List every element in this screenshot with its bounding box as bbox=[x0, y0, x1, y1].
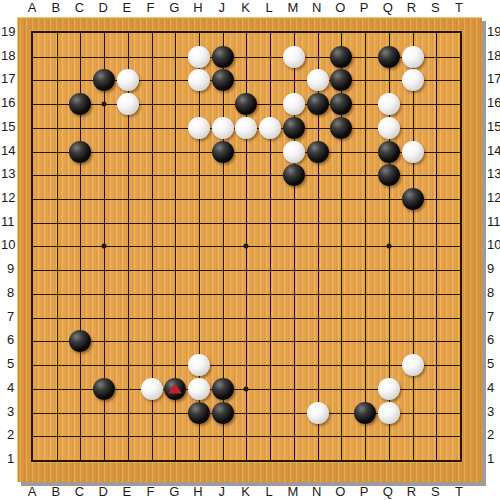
col-label-top-S: S bbox=[431, 1, 440, 15]
white-stone-N3[interactable] bbox=[307, 402, 329, 424]
col-label-top-R: R bbox=[407, 1, 416, 15]
star-point-Q10 bbox=[386, 244, 391, 249]
row-label-left-10: 10 bbox=[1, 238, 15, 252]
row-label-left-4: 4 bbox=[7, 381, 14, 395]
col-label-bottom-C: C bbox=[75, 485, 84, 499]
col-label-bottom-N: N bbox=[312, 485, 321, 499]
white-stone-F4[interactable] bbox=[141, 378, 163, 400]
row-label-right-9: 9 bbox=[487, 262, 494, 276]
row-label-left-19: 19 bbox=[1, 25, 15, 39]
white-stone-N17[interactable] bbox=[307, 69, 329, 91]
row-label-right-1: 1 bbox=[487, 452, 494, 466]
black-stone-H3[interactable] bbox=[188, 402, 210, 424]
black-stone-K16[interactable] bbox=[235, 93, 257, 115]
col-label-bottom-G: G bbox=[169, 485, 179, 499]
black-stone-G4[interactable] bbox=[164, 378, 186, 400]
black-stone-M13[interactable] bbox=[283, 164, 305, 186]
col-label-bottom-E: E bbox=[123, 485, 132, 499]
black-stone-O16[interactable] bbox=[330, 93, 352, 115]
col-label-top-T: T bbox=[455, 1, 463, 15]
row-label-right-5: 5 bbox=[487, 357, 494, 371]
row-label-right-8: 8 bbox=[487, 286, 494, 300]
col-label-bottom-F: F bbox=[147, 485, 155, 499]
triangle-marker-last-move bbox=[168, 383, 182, 393]
black-stone-J18[interactable] bbox=[212, 46, 234, 68]
row-label-left-16: 16 bbox=[1, 96, 15, 110]
row-label-right-17: 17 bbox=[487, 72, 500, 86]
row-label-right-14: 14 bbox=[487, 144, 500, 158]
row-label-right-19: 19 bbox=[487, 25, 500, 39]
col-label-bottom-O: O bbox=[335, 485, 345, 499]
col-label-top-A: A bbox=[28, 1, 37, 15]
white-stone-E17[interactable] bbox=[117, 69, 139, 91]
white-stone-H18[interactable] bbox=[188, 46, 210, 68]
black-stone-N16[interactable] bbox=[307, 93, 329, 115]
row-label-right-11: 11 bbox=[487, 215, 500, 229]
col-label-top-H: H bbox=[193, 1, 202, 15]
col-label-top-M: M bbox=[287, 1, 298, 15]
col-label-top-J: J bbox=[219, 1, 226, 15]
star-point-K10 bbox=[244, 244, 249, 249]
star-point-D16 bbox=[102, 102, 107, 107]
white-stone-H4[interactable] bbox=[188, 378, 210, 400]
white-stone-H15[interactable] bbox=[188, 117, 210, 139]
col-label-bottom-P: P bbox=[360, 485, 369, 499]
col-label-top-K: K bbox=[241, 1, 250, 15]
col-label-top-F: F bbox=[147, 1, 155, 15]
star-point-K4 bbox=[244, 386, 249, 391]
row-label-right-4: 4 bbox=[487, 381, 494, 395]
col-label-bottom-J: J bbox=[219, 485, 226, 499]
row-label-left-14: 14 bbox=[1, 144, 15, 158]
white-stone-K15[interactable] bbox=[235, 117, 257, 139]
white-stone-M18[interactable] bbox=[283, 46, 305, 68]
col-label-top-P: P bbox=[360, 1, 369, 15]
black-stone-O17[interactable] bbox=[330, 69, 352, 91]
row-label-right-10: 10 bbox=[487, 238, 500, 252]
row-label-right-13: 13 bbox=[487, 167, 500, 181]
col-label-top-Q: Q bbox=[383, 1, 393, 15]
row-label-left-15: 15 bbox=[1, 120, 15, 134]
row-label-left-1: 1 bbox=[7, 452, 14, 466]
white-stone-Q15[interactable] bbox=[378, 117, 400, 139]
row-label-left-2: 2 bbox=[7, 428, 14, 442]
col-label-top-C: C bbox=[75, 1, 84, 15]
row-label-right-2: 2 bbox=[487, 428, 494, 442]
white-stone-M14[interactable] bbox=[283, 141, 305, 163]
col-label-top-N: N bbox=[312, 1, 321, 15]
black-stone-N14[interactable] bbox=[307, 141, 329, 163]
row-label-right-18: 18 bbox=[487, 49, 500, 63]
col-label-bottom-A: A bbox=[28, 485, 37, 499]
col-label-top-L: L bbox=[266, 1, 273, 15]
row-label-left-9: 9 bbox=[7, 262, 14, 276]
black-stone-C14[interactable] bbox=[69, 141, 91, 163]
row-label-left-18: 18 bbox=[1, 49, 15, 63]
col-label-bottom-Q: Q bbox=[383, 485, 393, 499]
black-stone-Q13[interactable] bbox=[378, 164, 400, 186]
black-stone-C16[interactable] bbox=[69, 93, 91, 115]
black-stone-J3[interactable] bbox=[212, 402, 234, 424]
row-label-left-8: 8 bbox=[7, 286, 14, 300]
black-stone-J4[interactable] bbox=[212, 378, 234, 400]
white-stone-M16[interactable] bbox=[283, 93, 305, 115]
black-stone-Q14[interactable] bbox=[378, 141, 400, 163]
star-point-D10 bbox=[102, 244, 107, 249]
white-stone-Q3[interactable] bbox=[378, 402, 400, 424]
row-label-right-15: 15 bbox=[487, 120, 500, 134]
row-label-left-3: 3 bbox=[7, 405, 14, 419]
grid-line-horizontal bbox=[33, 341, 460, 342]
black-stone-J14[interactable] bbox=[212, 141, 234, 163]
grid-line-horizontal bbox=[33, 365, 460, 366]
go-board-app: AABBCCDDEEFFGGHHJJKKLLMMNNOOPPQQRRSSTT19… bbox=[0, 0, 500, 500]
black-stone-O18[interactable] bbox=[330, 46, 352, 68]
col-label-bottom-R: R bbox=[407, 485, 416, 499]
white-stone-L15[interactable] bbox=[259, 117, 281, 139]
black-stone-P3[interactable] bbox=[354, 402, 376, 424]
white-stone-E16[interactable] bbox=[117, 93, 139, 115]
grid-line-vertical bbox=[270, 33, 271, 460]
col-label-top-D: D bbox=[98, 1, 107, 15]
grid-line-vertical bbox=[413, 33, 414, 460]
col-label-bottom-S: S bbox=[431, 485, 440, 499]
col-label-top-G: G bbox=[169, 1, 179, 15]
row-label-left-7: 7 bbox=[7, 310, 14, 324]
white-stone-R17[interactable] bbox=[402, 69, 424, 91]
grid-line-horizontal bbox=[33, 318, 460, 319]
row-label-left-11: 11 bbox=[1, 215, 15, 229]
col-label-bottom-B: B bbox=[51, 485, 60, 499]
grid-line-horizontal bbox=[33, 436, 460, 437]
col-label-bottom-M: M bbox=[287, 485, 298, 499]
row-label-left-6: 6 bbox=[7, 333, 14, 347]
col-label-top-E: E bbox=[123, 1, 132, 15]
row-label-left-5: 5 bbox=[7, 357, 14, 371]
grid-line-horizontal bbox=[33, 270, 460, 271]
row-label-right-3: 3 bbox=[487, 405, 494, 419]
go-board[interactable] bbox=[17, 17, 482, 482]
row-label-right-7: 7 bbox=[487, 310, 494, 324]
white-stone-Q16[interactable] bbox=[378, 93, 400, 115]
black-stone-D4[interactable] bbox=[93, 378, 115, 400]
col-label-bottom-D: D bbox=[98, 485, 107, 499]
black-stone-D17[interactable] bbox=[93, 69, 115, 91]
grid-line-vertical bbox=[436, 33, 437, 460]
black-stone-M15[interactable] bbox=[283, 117, 305, 139]
white-stone-H5[interactable] bbox=[188, 354, 210, 376]
white-stone-R5[interactable] bbox=[402, 354, 424, 376]
row-label-right-6: 6 bbox=[487, 333, 494, 347]
row-label-left-12: 12 bbox=[1, 191, 15, 205]
white-stone-R18[interactable] bbox=[402, 46, 424, 68]
col-label-bottom-H: H bbox=[193, 485, 202, 499]
white-stone-R14[interactable] bbox=[402, 141, 424, 163]
black-stone-R12[interactable] bbox=[402, 188, 424, 210]
black-stone-C6[interactable] bbox=[69, 330, 91, 352]
white-stone-J15[interactable] bbox=[212, 117, 234, 139]
black-stone-O15[interactable] bbox=[330, 117, 352, 139]
col-label-bottom-L: L bbox=[266, 485, 273, 499]
row-label-left-13: 13 bbox=[1, 167, 15, 181]
col-label-bottom-K: K bbox=[241, 485, 250, 499]
grid-line-vertical bbox=[365, 33, 366, 460]
row-label-left-17: 17 bbox=[1, 72, 15, 86]
black-stone-J17[interactable] bbox=[212, 69, 234, 91]
grid-line-horizontal bbox=[33, 294, 460, 295]
col-label-top-B: B bbox=[51, 1, 60, 15]
white-stone-H17[interactable] bbox=[188, 69, 210, 91]
white-stone-Q4[interactable] bbox=[378, 378, 400, 400]
row-label-right-16: 16 bbox=[487, 96, 500, 110]
row-label-right-12: 12 bbox=[487, 191, 500, 205]
col-label-bottom-T: T bbox=[455, 485, 463, 499]
col-label-top-O: O bbox=[335, 1, 345, 15]
black-stone-Q18[interactable] bbox=[378, 46, 400, 68]
